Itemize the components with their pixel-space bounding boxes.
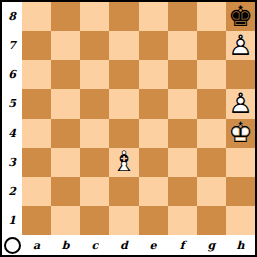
rank-label-7: 7 — [2, 31, 22, 60]
square-a7[interactable] — [22, 31, 51, 60]
square-f3[interactable] — [168, 148, 197, 177]
square-e1[interactable] — [139, 206, 168, 235]
square-d5[interactable] — [109, 89, 138, 118]
rank-label-2: 2 — [2, 177, 22, 206]
square-h7[interactable]: ♟♙ — [226, 31, 255, 60]
square-h6[interactable] — [226, 60, 255, 89]
file-labels: abcdefgh — [22, 235, 255, 255]
white-king[interactable]: ♚♔ — [226, 119, 255, 148]
rank-label-3: 3 — [2, 148, 22, 177]
square-h8[interactable]: ♚ — [226, 2, 255, 31]
square-b5[interactable] — [51, 89, 80, 118]
rank-label-6: 6 — [2, 60, 22, 89]
square-h1[interactable] — [226, 206, 255, 235]
square-g7[interactable] — [197, 31, 226, 60]
square-d2[interactable] — [109, 177, 138, 206]
square-c3[interactable] — [80, 148, 109, 177]
square-a3[interactable] — [22, 148, 51, 177]
white-pawn-h5-glyph: ♙ — [228, 90, 253, 118]
square-d3[interactable]: ♝♗ — [109, 148, 138, 177]
square-g6[interactable] — [197, 60, 226, 89]
square-d7[interactable] — [109, 31, 138, 60]
rank-label-8: 8 — [2, 2, 22, 31]
square-h5[interactable]: ♟♙ — [226, 89, 255, 118]
white-pawn-h5[interactable]: ♟♙ — [226, 89, 255, 118]
file-label-e: e — [139, 235, 168, 255]
square-b8[interactable] — [51, 2, 80, 31]
chess-board[interactable]: ♚♟♙♟♙♚♔♝♗ — [22, 2, 255, 235]
file-label-g: g — [197, 235, 226, 255]
square-e3[interactable] — [139, 148, 168, 177]
file-label-c: c — [80, 235, 109, 255]
file-label-h: h — [226, 235, 255, 255]
file-label-d: d — [109, 235, 138, 255]
white-king-glyph: ♔ — [228, 119, 253, 147]
square-e6[interactable] — [139, 60, 168, 89]
rank-label-1: 1 — [2, 206, 22, 235]
square-d1[interactable] — [109, 206, 138, 235]
black-king[interactable]: ♚ — [226, 2, 255, 31]
square-f2[interactable] — [168, 177, 197, 206]
square-f4[interactable] — [168, 119, 197, 148]
square-b2[interactable] — [51, 177, 80, 206]
square-b6[interactable] — [51, 60, 80, 89]
file-label-b: b — [51, 235, 80, 255]
square-c7[interactable] — [80, 31, 109, 60]
chess-diagram: 87654321 ♚♟♙♟♙♚♔♝♗ abcdefgh — [0, 0, 257, 257]
white-bishop[interactable]: ♝♗ — [109, 148, 138, 177]
square-c5[interactable] — [80, 89, 109, 118]
square-d4[interactable] — [109, 119, 138, 148]
square-h2[interactable] — [226, 177, 255, 206]
rank-label-4: 4 — [2, 119, 22, 148]
square-f6[interactable] — [168, 60, 197, 89]
square-b7[interactable] — [51, 31, 80, 60]
square-e2[interactable] — [139, 177, 168, 206]
black-king-glyph: ♚ — [228, 3, 253, 31]
square-g2[interactable] — [197, 177, 226, 206]
white-pawn-h7[interactable]: ♟♙ — [226, 31, 255, 60]
square-h3[interactable] — [226, 148, 255, 177]
square-d6[interactable] — [109, 60, 138, 89]
square-a5[interactable] — [22, 89, 51, 118]
square-b3[interactable] — [51, 148, 80, 177]
white-bishop-glyph: ♗ — [111, 148, 136, 176]
square-g8[interactable] — [197, 2, 226, 31]
square-g4[interactable] — [197, 119, 226, 148]
square-d8[interactable] — [109, 2, 138, 31]
square-a2[interactable] — [22, 177, 51, 206]
square-e7[interactable] — [139, 31, 168, 60]
square-f8[interactable] — [168, 2, 197, 31]
file-label-f: f — [168, 235, 197, 255]
rank-label-5: 5 — [2, 89, 22, 118]
square-a6[interactable] — [22, 60, 51, 89]
square-f7[interactable] — [168, 31, 197, 60]
white-to-move-indicator — [4, 237, 21, 254]
square-a4[interactable] — [22, 119, 51, 148]
square-c8[interactable] — [80, 2, 109, 31]
square-a1[interactable] — [22, 206, 51, 235]
square-e4[interactable] — [139, 119, 168, 148]
square-h4[interactable]: ♚♔ — [226, 119, 255, 148]
square-g3[interactable] — [197, 148, 226, 177]
square-f1[interactable] — [168, 206, 197, 235]
file-label-a: a — [22, 235, 51, 255]
square-c4[interactable] — [80, 119, 109, 148]
square-c1[interactable] — [80, 206, 109, 235]
square-c6[interactable] — [80, 60, 109, 89]
square-g1[interactable] — [197, 206, 226, 235]
square-e5[interactable] — [139, 89, 168, 118]
white-pawn-h7-glyph: ♙ — [228, 32, 253, 60]
square-e8[interactable] — [139, 2, 168, 31]
square-b4[interactable] — [51, 119, 80, 148]
square-g5[interactable] — [197, 89, 226, 118]
square-c2[interactable] — [80, 177, 109, 206]
square-b1[interactable] — [51, 206, 80, 235]
square-f5[interactable] — [168, 89, 197, 118]
square-a8[interactable] — [22, 2, 51, 31]
rank-labels: 87654321 — [2, 2, 22, 235]
